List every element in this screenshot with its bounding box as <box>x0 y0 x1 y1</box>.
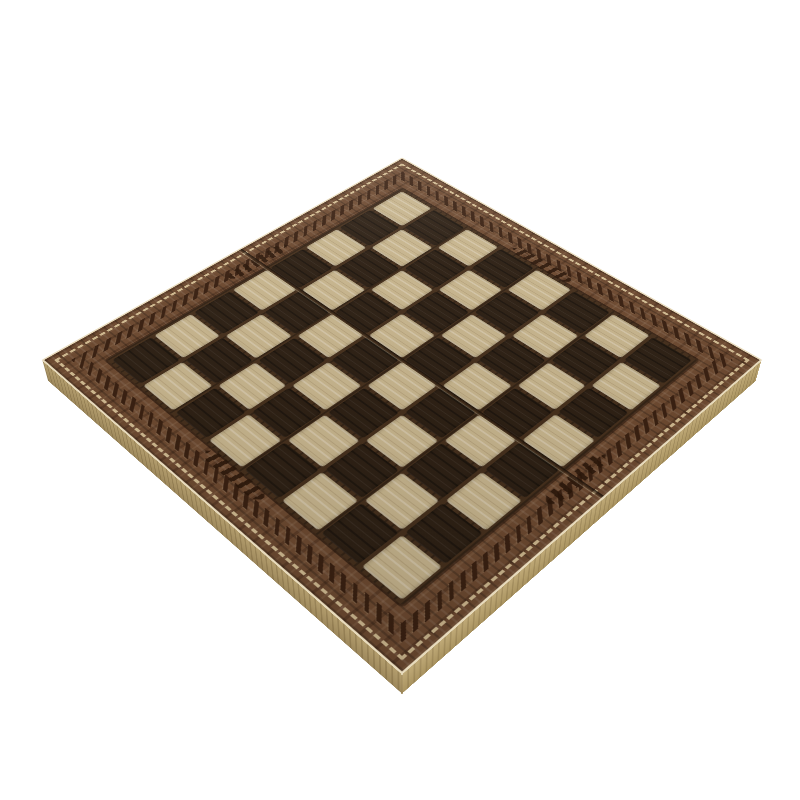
square-g2 <box>364 472 440 530</box>
square-g5 <box>482 388 553 439</box>
square-g4 <box>444 414 516 467</box>
square-f4 <box>405 388 476 439</box>
board-top-face <box>41 157 762 674</box>
square-e2 <box>287 414 359 467</box>
square-d2 <box>252 388 323 439</box>
square-d3 <box>293 362 362 410</box>
square-g6 <box>517 362 586 410</box>
square-f3 <box>366 414 438 467</box>
square-h5 <box>523 414 595 467</box>
squares-grid <box>106 189 697 606</box>
chess-board <box>41 157 762 674</box>
square-f5 <box>442 362 511 410</box>
square-e1 <box>245 443 319 498</box>
square-d1 <box>209 414 281 467</box>
square-f2 <box>325 443 399 498</box>
square-h3 <box>446 472 522 530</box>
inlay-leaf-motif <box>540 450 612 508</box>
square-c2 <box>218 362 287 410</box>
square-e3 <box>328 388 399 439</box>
inlay-leaf-motif <box>199 446 271 504</box>
square-g3 <box>405 443 479 498</box>
square-f1 <box>282 472 358 530</box>
square-c1 <box>175 388 246 439</box>
square-e4 <box>367 362 436 410</box>
square-h6 <box>558 388 629 439</box>
square-h1 <box>362 535 442 599</box>
photo-background <box>0 0 800 800</box>
square-h4 <box>485 443 559 498</box>
square-h2 <box>405 503 483 564</box>
square-b1 <box>143 362 212 410</box>
square-h7 <box>592 362 661 410</box>
square-g1 <box>321 503 399 564</box>
